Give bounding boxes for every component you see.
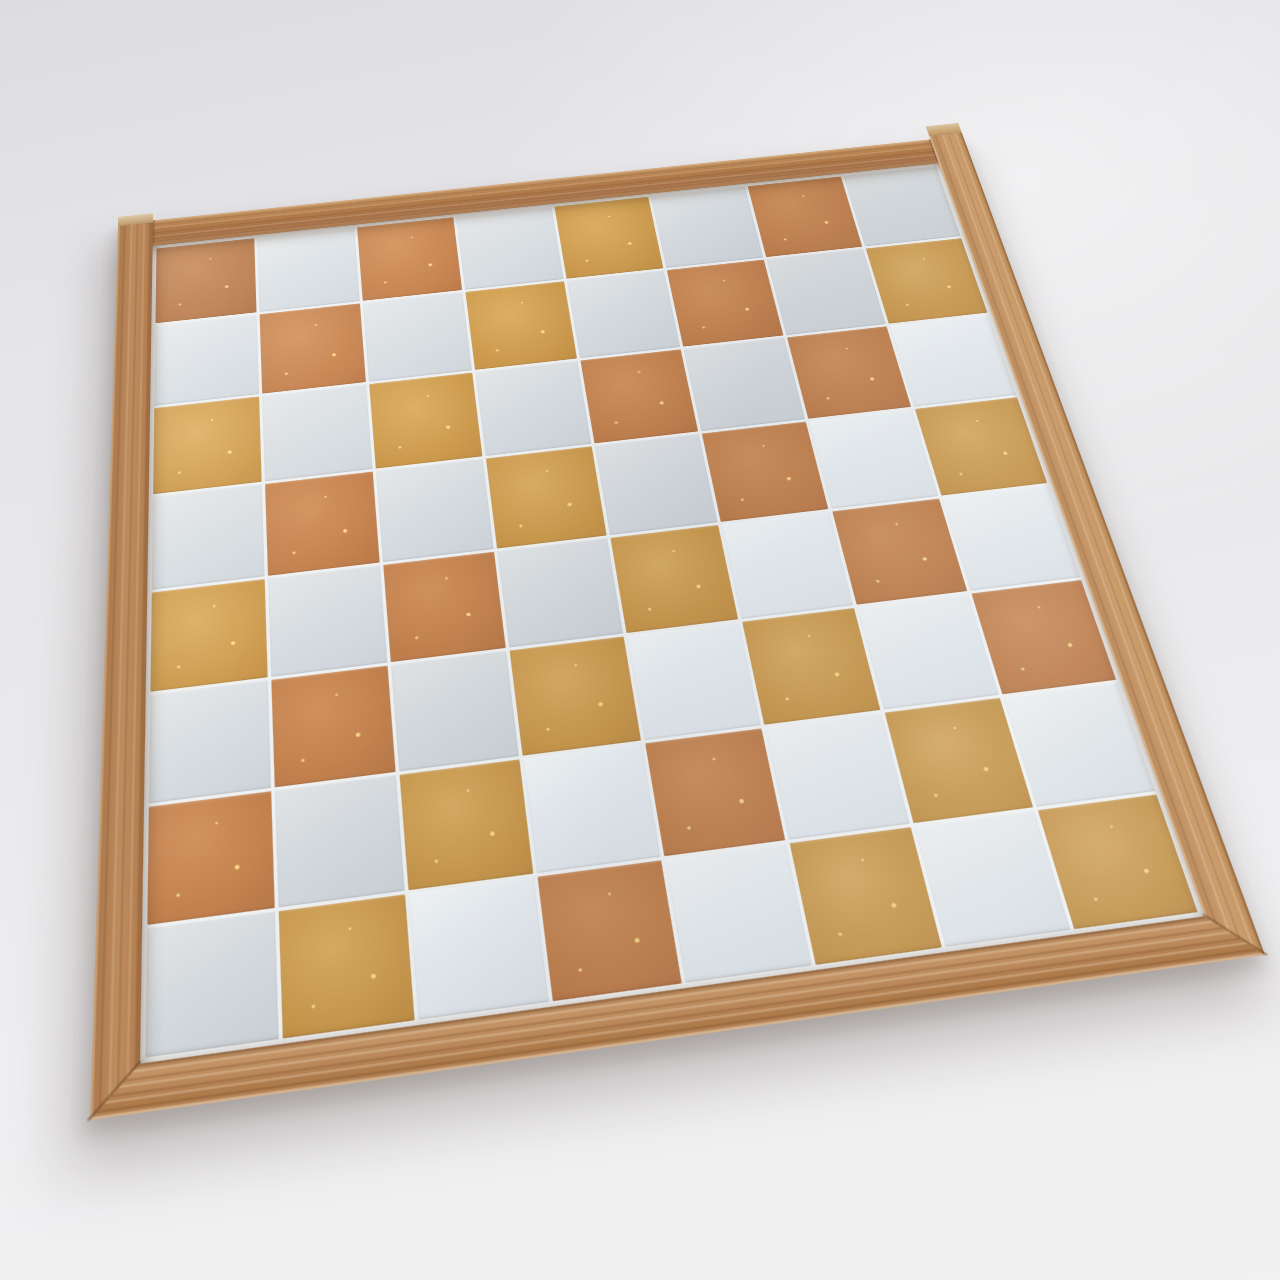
- square-g6[interactable]: [787, 326, 911, 418]
- square-a7[interactable]: [154, 314, 259, 405]
- square-e4[interactable]: [610, 524, 739, 633]
- square-a1[interactable]: [145, 912, 278, 1058]
- square-h7[interactable]: [866, 238, 987, 323]
- square-c5[interactable]: [376, 459, 494, 562]
- checkerboard-grid: [145, 166, 1197, 1057]
- square-h8[interactable]: [844, 166, 961, 246]
- square-f3[interactable]: [743, 608, 881, 725]
- square-b2[interactable]: [275, 775, 405, 907]
- square-d8[interactable]: [456, 207, 563, 290]
- square-c4[interactable]: [383, 551, 505, 662]
- square-f2[interactable]: [765, 713, 910, 839]
- square-b6[interactable]: [262, 384, 372, 481]
- square-b8[interactable]: [257, 228, 359, 312]
- square-c3[interactable]: [391, 651, 519, 771]
- square-d3[interactable]: [509, 637, 640, 756]
- square-d1[interactable]: [537, 860, 681, 1001]
- square-e5[interactable]: [594, 434, 718, 535]
- square-b3[interactable]: [271, 666, 395, 788]
- square-a6[interactable]: [153, 396, 261, 494]
- square-g7[interactable]: [767, 249, 886, 335]
- square-f4[interactable]: [722, 511, 854, 619]
- square-b1[interactable]: [279, 894, 415, 1038]
- square-c6[interactable]: [369, 372, 482, 468]
- square-e2[interactable]: [645, 729, 786, 857]
- square-b4[interactable]: [268, 565, 387, 677]
- square-e8[interactable]: [554, 197, 664, 279]
- square-a4[interactable]: [150, 579, 267, 693]
- square-f5[interactable]: [702, 421, 828, 521]
- square-f7[interactable]: [667, 259, 784, 346]
- square-f6[interactable]: [684, 338, 805, 431]
- square-g8[interactable]: [748, 176, 862, 257]
- square-d4[interactable]: [497, 538, 623, 648]
- square-e1[interactable]: [664, 844, 812, 983]
- square-e3[interactable]: [627, 623, 762, 741]
- square-d6[interactable]: [475, 361, 591, 456]
- square-e7[interactable]: [566, 270, 680, 358]
- board-interior: [140, 163, 1204, 1063]
- square-d7[interactable]: [465, 281, 576, 369]
- square-b7[interactable]: [259, 303, 365, 393]
- square-f8[interactable]: [651, 187, 763, 268]
- square-d2[interactable]: [523, 744, 660, 873]
- square-c8[interactable]: [357, 217, 462, 300]
- photo-scene: [0, 0, 1280, 1280]
- square-c2[interactable]: [399, 760, 533, 891]
- square-e6[interactable]: [580, 349, 699, 443]
- square-a2[interactable]: [147, 791, 274, 925]
- square-c7[interactable]: [363, 292, 472, 381]
- square-d5[interactable]: [485, 446, 606, 548]
- square-c1[interactable]: [408, 877, 548, 1019]
- wooden-board-frame: [90, 136, 1265, 1120]
- square-a8[interactable]: [155, 238, 256, 323]
- backdrop: { "game": "checkers-chessboard (handmade…: [0, 0, 1280, 1280]
- square-b5[interactable]: [265, 471, 379, 575]
- square-a3[interactable]: [149, 681, 271, 804]
- square-a5[interactable]: [152, 484, 265, 589]
